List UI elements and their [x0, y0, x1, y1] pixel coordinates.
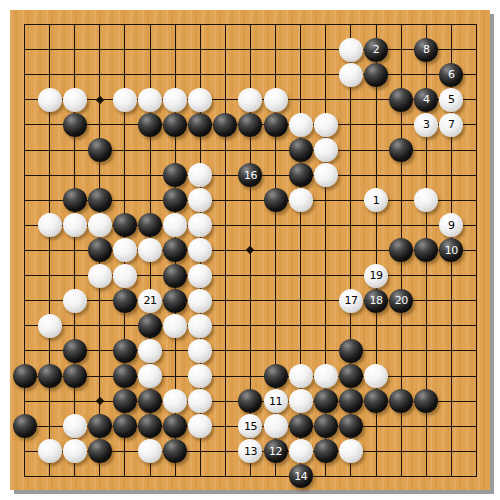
- stone-white: [188, 289, 212, 313]
- stone-white-move-11: 11: [264, 389, 288, 413]
- stone-white: [188, 264, 212, 288]
- stone-white: [38, 439, 62, 463]
- stone-white: [38, 314, 62, 338]
- stone-black-move-4: 4: [414, 88, 438, 112]
- stone-black: [364, 389, 388, 413]
- stone-white: [138, 364, 162, 388]
- stone-white: [339, 38, 363, 62]
- stone-black-move-2: 2: [364, 38, 388, 62]
- stone-black: [339, 414, 363, 438]
- stone-black: [389, 88, 413, 112]
- stone-black: [88, 138, 112, 162]
- stone-white: [63, 213, 87, 237]
- stone-black: [13, 414, 37, 438]
- stone-black-move-14: 14: [289, 464, 313, 488]
- stone-white: [188, 314, 212, 338]
- stone-black: [264, 364, 288, 388]
- stone-white: [314, 113, 338, 137]
- stone-white: [113, 88, 137, 112]
- stone-black: [289, 163, 313, 187]
- stone-white: [63, 289, 87, 313]
- stone-black: [289, 138, 313, 162]
- stone-white-move-21: 21: [138, 289, 162, 313]
- stone-white: [314, 138, 338, 162]
- stone-black: [13, 364, 37, 388]
- stone-black: [289, 414, 313, 438]
- stone-white: [138, 88, 162, 112]
- stone-white: [289, 439, 313, 463]
- stone-black: [113, 364, 137, 388]
- stone-black-move-6: 6: [439, 63, 463, 87]
- stone-black: [389, 138, 413, 162]
- stone-black: [138, 389, 162, 413]
- stone-black: [314, 414, 338, 438]
- stone-white: [289, 364, 313, 388]
- stone-black: [163, 113, 187, 137]
- stone-black: [138, 113, 162, 137]
- stone-white-move-17: 17: [339, 289, 363, 313]
- stone-black: [314, 439, 338, 463]
- stone-black: [163, 289, 187, 313]
- stone-black: [63, 339, 87, 363]
- stone-black: [63, 364, 87, 388]
- stone-white: [63, 439, 87, 463]
- stone-white: [314, 163, 338, 187]
- stone-black: [88, 188, 112, 212]
- stone-black: [339, 389, 363, 413]
- stone-white: [289, 389, 313, 413]
- stone-black-move-20: 20: [389, 289, 413, 313]
- stone-black: [364, 63, 388, 87]
- stone-white: [289, 188, 313, 212]
- stone-black: [314, 389, 338, 413]
- stone-white: [138, 339, 162, 363]
- stone-black-move-18: 18: [364, 289, 388, 313]
- stone-white-move-19: 19: [364, 264, 388, 288]
- stone-white: [289, 113, 313, 137]
- stone-white: [264, 88, 288, 112]
- stone-white: [364, 364, 388, 388]
- stone-white: [314, 364, 338, 388]
- stone-white: [113, 264, 137, 288]
- stone-black-move-8: 8: [414, 38, 438, 62]
- stone-black: [38, 364, 62, 388]
- go-board[interactable]: 286453716191019211718201115131214: [10, 10, 490, 490]
- stone-white: [188, 88, 212, 112]
- stone-black: [264, 188, 288, 212]
- stone-black: [138, 314, 162, 338]
- stone-white: [88, 264, 112, 288]
- stone-white: [163, 314, 187, 338]
- stone-black: [113, 289, 137, 313]
- stone-white: [38, 213, 62, 237]
- stone-white: [63, 414, 87, 438]
- stone-black: [264, 113, 288, 137]
- stone-black: [113, 389, 137, 413]
- stone-black-move-12: 12: [264, 439, 288, 463]
- stone-white: [38, 88, 62, 112]
- stone-black: [63, 188, 87, 212]
- stone-black: [88, 414, 112, 438]
- stone-white: [264, 414, 288, 438]
- stone-white: [339, 63, 363, 87]
- stone-black: [339, 339, 363, 363]
- stone-black: [339, 364, 363, 388]
- stone-black: [113, 339, 137, 363]
- stone-white: [63, 88, 87, 112]
- stone-white: [163, 88, 187, 112]
- stone-black: [63, 113, 87, 137]
- stone-black: [163, 264, 187, 288]
